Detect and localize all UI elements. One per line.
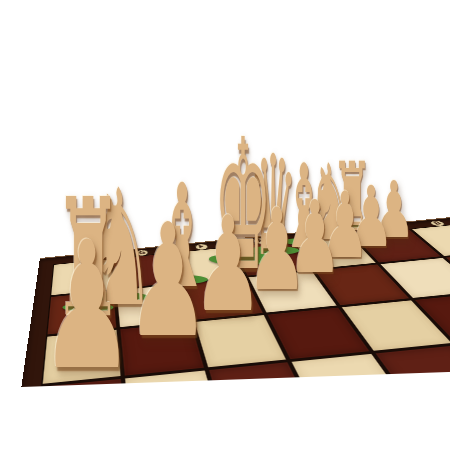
pawn-icon: ♟ <box>40 241 135 373</box>
chess-set-photo: HGFEDCBA ♜♟♞♝♟♛♟♚♟♝♟♞♟♜♟♟ <box>0 0 450 450</box>
piece-white-pawn-h2[interactable]: ♟ <box>8 241 166 362</box>
